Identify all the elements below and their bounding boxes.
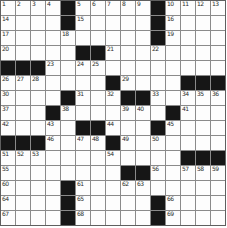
black-cell [16, 61, 30, 75]
white-cell[interactable]: 24 [76, 61, 90, 75]
white-cell[interactable] [16, 106, 30, 120]
black-cell [61, 196, 75, 210]
white-cell[interactable] [196, 121, 210, 135]
white-cell[interactable] [121, 16, 135, 30]
white-cell[interactable]: 36 [211, 91, 225, 105]
white-cell[interactable]: 46 [46, 136, 60, 150]
white-cell[interactable]: 50 [151, 136, 165, 150]
clue-number: 53 [32, 151, 39, 157]
clue-number: 43 [47, 121, 54, 127]
white-cell[interactable]: 32 [106, 91, 120, 105]
white-cell[interactable] [121, 46, 135, 60]
white-cell[interactable] [211, 16, 225, 30]
white-cell[interactable]: 23 [46, 61, 60, 75]
white-cell[interactable]: 4 [46, 1, 60, 15]
white-cell[interactable] [196, 31, 210, 45]
clue-number: 36 [212, 91, 219, 97]
clue-number: 45 [167, 121, 174, 127]
white-cell[interactable] [61, 151, 75, 165]
white-cell[interactable] [211, 46, 225, 60]
white-cell[interactable] [91, 91, 105, 105]
white-cell[interactable] [211, 61, 225, 75]
white-cell[interactable]: 55 [1, 166, 15, 180]
white-cell[interactable] [181, 46, 195, 60]
white-cell[interactable] [61, 61, 75, 75]
black-cell [181, 151, 195, 165]
black-cell [151, 16, 165, 30]
black-cell [151, 121, 165, 135]
white-cell[interactable] [166, 61, 180, 75]
white-cell[interactable] [76, 76, 90, 90]
clue-number: 14 [2, 16, 9, 22]
clue-number: 2 [17, 1, 20, 7]
white-cell[interactable] [136, 136, 150, 150]
white-cell[interactable]: 27 [16, 76, 30, 90]
white-cell[interactable] [136, 211, 150, 225]
clue-number: 11 [182, 1, 189, 7]
black-cell [1, 61, 15, 75]
white-cell[interactable] [16, 211, 30, 225]
black-cell [121, 166, 135, 180]
black-cell [211, 151, 225, 165]
black-cell [166, 106, 180, 120]
white-cell[interactable] [106, 106, 120, 120]
clue-number: 24 [77, 61, 84, 67]
black-cell [76, 46, 90, 60]
white-cell[interactable] [91, 31, 105, 45]
clue-number: 57 [182, 166, 189, 172]
white-cell[interactable] [166, 136, 180, 150]
clue-number: 47 [77, 136, 84, 142]
white-cell[interactable]: 11 [181, 1, 195, 15]
white-cell[interactable] [136, 76, 150, 90]
white-cell[interactable] [211, 211, 225, 225]
black-cell [91, 46, 105, 60]
clue-number: 54 [107, 151, 114, 157]
clue-number: 55 [2, 166, 9, 172]
white-cell[interactable] [121, 121, 135, 135]
white-cell[interactable]: 67 [1, 211, 15, 225]
clue-number: 66 [167, 196, 174, 202]
white-cell[interactable] [31, 46, 45, 60]
white-cell[interactable] [211, 31, 225, 45]
black-cell [151, 1, 165, 15]
clue-number: 61 [77, 181, 84, 187]
white-cell[interactable] [31, 31, 45, 45]
white-cell[interactable] [16, 31, 30, 45]
white-cell[interactable] [31, 181, 45, 195]
white-cell[interactable] [121, 211, 135, 225]
white-cell[interactable] [211, 196, 225, 210]
white-cell[interactable] [16, 181, 30, 195]
white-cell[interactable]: 14 [1, 16, 15, 30]
clue-number: 39 [122, 106, 129, 112]
white-cell[interactable]: 51 [1, 151, 15, 165]
white-cell[interactable] [31, 196, 45, 210]
white-cell[interactable]: 41 [181, 106, 195, 120]
white-cell[interactable]: 52 [16, 151, 30, 165]
clue-number: 9 [137, 1, 140, 7]
clue-number: 46 [47, 136, 54, 142]
clue-number: 10 [167, 1, 174, 7]
white-cell[interactable] [196, 136, 210, 150]
white-cell[interactable] [31, 106, 45, 120]
clue-number: 4 [47, 1, 50, 7]
white-cell[interactable] [46, 211, 60, 225]
white-cell[interactable] [196, 16, 210, 30]
white-cell[interactable] [106, 181, 120, 195]
white-cell[interactable]: 64 [1, 196, 15, 210]
white-cell[interactable] [16, 121, 30, 135]
clue-number: 48 [92, 136, 99, 142]
clue-number: 37 [2, 106, 9, 112]
black-cell [16, 136, 30, 150]
clue-number: 18 [62, 31, 69, 37]
white-cell[interactable]: 17 [1, 31, 15, 45]
white-cell[interactable]: 26 [1, 76, 15, 90]
white-cell[interactable]: 5 [76, 1, 90, 15]
white-cell[interactable] [181, 16, 195, 30]
white-cell[interactable] [91, 106, 105, 120]
white-cell[interactable]: 12 [196, 1, 210, 15]
clue-number: 22 [152, 46, 159, 52]
white-cell[interactable] [166, 166, 180, 180]
clue-number: 65 [77, 196, 84, 202]
white-cell[interactable] [76, 106, 90, 120]
white-cell[interactable] [16, 16, 30, 30]
white-cell[interactable]: 16 [166, 16, 180, 30]
white-cell[interactable] [121, 151, 135, 165]
clue-number: 41 [182, 106, 189, 112]
black-cell [106, 76, 120, 90]
clue-number: 25 [92, 61, 99, 67]
black-cell [106, 136, 120, 150]
black-cell [136, 166, 150, 180]
white-cell[interactable] [211, 181, 225, 195]
clue-number: 51 [2, 151, 9, 157]
black-cell [31, 61, 45, 75]
white-cell[interactable]: 61 [76, 181, 90, 195]
white-cell[interactable] [166, 76, 180, 90]
white-cell[interactable] [61, 46, 75, 60]
white-cell[interactable]: 21 [106, 46, 120, 60]
clue-number: 42 [2, 121, 9, 127]
black-cell [46, 106, 60, 120]
white-cell[interactable] [151, 181, 165, 195]
white-cell[interactable]: 43 [46, 121, 60, 135]
white-cell[interactable]: 38 [61, 106, 75, 120]
clue-number: 40 [137, 106, 144, 112]
white-cell[interactable]: 8 [121, 1, 135, 15]
white-cell[interactable] [16, 46, 30, 60]
black-cell [151, 211, 165, 225]
black-cell [1, 136, 15, 150]
clue-number: 27 [17, 76, 24, 82]
white-cell[interactable] [121, 196, 135, 210]
clue-number: 49 [122, 136, 129, 142]
white-cell[interactable]: 22 [151, 46, 165, 60]
white-cell[interactable] [106, 196, 120, 210]
white-cell[interactable]: 45 [166, 121, 180, 135]
white-cell[interactable]: 65 [76, 196, 90, 210]
white-cell[interactable] [16, 196, 30, 210]
clue-number: 21 [107, 46, 114, 52]
clue-number: 63 [137, 181, 144, 187]
clue-number: 59 [212, 166, 219, 172]
white-cell[interactable] [46, 76, 60, 90]
clue-number: 35 [197, 91, 204, 97]
white-cell[interactable] [181, 211, 195, 225]
white-cell[interactable] [196, 181, 210, 195]
white-cell[interactable]: 6 [91, 1, 105, 15]
white-cell[interactable] [181, 61, 195, 75]
white-cell[interactable] [196, 61, 210, 75]
white-cell[interactable] [166, 181, 180, 195]
white-cell[interactable]: 39 [121, 106, 135, 120]
clue-number: 16 [167, 16, 174, 22]
white-cell[interactable]: 57 [181, 166, 195, 180]
clue-number: 31 [77, 91, 84, 97]
clue-number: 3 [32, 1, 35, 7]
white-cell[interactable]: 47 [76, 136, 90, 150]
white-cell[interactable]: 68 [76, 211, 90, 225]
white-cell[interactable] [31, 121, 45, 135]
white-cell[interactable] [46, 151, 60, 165]
white-cell[interactable]: 10 [166, 1, 180, 15]
white-cell[interactable] [166, 46, 180, 60]
clue-number: 52 [17, 151, 24, 157]
black-cell [76, 121, 90, 135]
white-cell[interactable] [16, 166, 30, 180]
clue-number: 56 [152, 166, 159, 172]
white-cell[interactable] [61, 121, 75, 135]
white-cell[interactable] [166, 91, 180, 105]
white-cell[interactable]: 3 [31, 1, 45, 15]
white-cell[interactable]: 1 [1, 1, 15, 15]
white-cell[interactable]: 34 [181, 91, 195, 105]
white-cell[interactable] [91, 211, 105, 225]
clue-number: 50 [152, 136, 159, 142]
black-cell [61, 181, 75, 195]
white-cell[interactable] [106, 211, 120, 225]
clue-number: 6 [92, 1, 95, 7]
clue-number: 34 [182, 91, 189, 97]
white-cell[interactable] [136, 196, 150, 210]
white-cell[interactable]: 29 [121, 76, 135, 90]
white-cell[interactable]: 20 [1, 46, 15, 60]
white-cell[interactable] [211, 121, 225, 135]
white-cell[interactable] [121, 31, 135, 45]
crossword-puzzle: 1234567891011121314151617181920212223242… [0, 0, 226, 226]
clue-number: 5 [77, 1, 80, 7]
white-cell[interactable]: 44 [106, 121, 120, 135]
white-cell[interactable]: 63 [136, 181, 150, 195]
white-cell[interactable]: 33 [151, 91, 165, 105]
black-cell [196, 151, 210, 165]
white-cell[interactable] [31, 166, 45, 180]
white-cell[interactable] [16, 91, 30, 105]
white-cell[interactable]: 28 [31, 76, 45, 90]
white-cell[interactable] [76, 151, 90, 165]
clue-number: 68 [77, 211, 84, 217]
white-cell[interactable] [91, 196, 105, 210]
black-cell [196, 76, 210, 90]
crossword-board: 1234567891011121314151617181920212223242… [0, 0, 226, 226]
white-cell[interactable]: 56 [151, 166, 165, 180]
white-cell[interactable]: 9 [136, 1, 150, 15]
white-cell[interactable] [31, 16, 45, 30]
white-cell[interactable] [136, 16, 150, 30]
white-cell[interactable] [136, 121, 150, 135]
white-cell[interactable]: 7 [106, 1, 120, 15]
white-cell[interactable] [46, 31, 60, 45]
black-cell [136, 91, 150, 105]
white-cell[interactable] [151, 61, 165, 75]
white-cell[interactable] [61, 166, 75, 180]
white-cell[interactable] [211, 136, 225, 150]
clue-number: 13 [212, 1, 219, 7]
clue-number: 8 [122, 1, 125, 7]
white-cell[interactable] [106, 16, 120, 30]
white-cell[interactable] [31, 211, 45, 225]
white-cell[interactable] [166, 151, 180, 165]
white-cell[interactable]: 66 [166, 196, 180, 210]
clue-number: 44 [107, 121, 114, 127]
clue-number: 30 [2, 91, 9, 97]
white-cell[interactable] [91, 16, 105, 30]
clue-number: 69 [167, 211, 174, 217]
white-cell[interactable] [91, 151, 105, 165]
white-cell[interactable] [46, 196, 60, 210]
white-cell[interactable] [76, 31, 90, 45]
white-cell[interactable]: 53 [31, 151, 45, 165]
clue-number: 32 [107, 91, 114, 97]
white-cell[interactable] [61, 136, 75, 150]
clue-number: 29 [122, 76, 129, 82]
white-cell[interactable]: 54 [106, 151, 120, 165]
white-cell[interactable] [121, 61, 135, 75]
white-cell[interactable]: 19 [166, 31, 180, 45]
white-cell[interactable]: 18 [61, 31, 75, 45]
white-cell[interactable] [136, 31, 150, 45]
clue-number: 60 [2, 181, 9, 187]
clue-number: 26 [2, 76, 9, 82]
white-cell[interactable]: 49 [121, 136, 135, 150]
white-cell[interactable] [46, 181, 60, 195]
black-cell [31, 136, 45, 150]
black-cell [61, 16, 75, 30]
white-cell[interactable]: 59 [211, 166, 225, 180]
white-cell[interactable] [106, 31, 120, 45]
white-cell[interactable] [196, 196, 210, 210]
white-cell[interactable] [91, 76, 105, 90]
white-cell[interactable] [181, 121, 195, 135]
black-cell [61, 91, 75, 105]
clue-number: 1 [2, 1, 5, 7]
white-cell[interactable] [196, 106, 210, 120]
white-cell[interactable] [91, 166, 105, 180]
clue-number: 62 [122, 181, 129, 187]
clue-number: 15 [77, 16, 84, 22]
white-cell[interactable]: 2 [16, 1, 30, 15]
white-cell[interactable]: 62 [121, 181, 135, 195]
clue-number: 23 [47, 61, 54, 67]
white-cell[interactable] [46, 166, 60, 180]
white-cell[interactable]: 30 [1, 91, 15, 105]
white-cell[interactable]: 69 [166, 211, 180, 225]
white-cell[interactable]: 13 [211, 1, 225, 15]
clue-number: 33 [152, 91, 159, 97]
white-cell[interactable]: 58 [196, 166, 210, 180]
white-cell[interactable] [181, 181, 195, 195]
white-cell[interactable] [136, 61, 150, 75]
white-cell[interactable]: 40 [136, 106, 150, 120]
white-cell[interactable] [151, 76, 165, 90]
white-cell[interactable]: 48 [91, 136, 105, 150]
white-cell[interactable]: 60 [1, 181, 15, 195]
white-cell[interactable] [46, 16, 60, 30]
white-cell[interactable]: 31 [76, 91, 90, 105]
white-cell[interactable] [76, 166, 90, 180]
white-cell[interactable] [151, 106, 165, 120]
white-cell[interactable] [181, 136, 195, 150]
white-cell[interactable] [106, 61, 120, 75]
white-cell[interactable] [211, 106, 225, 120]
white-cell[interactable] [91, 181, 105, 195]
black-cell [211, 76, 225, 90]
white-cell[interactable]: 25 [91, 61, 105, 75]
black-cell [61, 211, 75, 225]
white-cell[interactable] [46, 46, 60, 60]
white-cell[interactable] [151, 151, 165, 165]
clue-number: 58 [197, 166, 204, 172]
white-cell[interactable] [136, 46, 150, 60]
white-cell[interactable]: 37 [1, 106, 15, 120]
white-cell[interactable]: 35 [196, 91, 210, 105]
clue-number: 12 [197, 1, 204, 7]
white-cell[interactable] [181, 31, 195, 45]
clue-number: 64 [2, 196, 9, 202]
black-cell [61, 1, 75, 15]
white-cell[interactable]: 42 [1, 121, 15, 135]
black-cell [91, 121, 105, 135]
black-cell [121, 91, 135, 105]
white-cell[interactable] [61, 76, 75, 90]
white-cell[interactable] [136, 151, 150, 165]
white-cell[interactable] [46, 91, 60, 105]
clue-number: 7 [107, 1, 110, 7]
clue-number: 17 [2, 31, 9, 37]
black-cell [151, 196, 165, 210]
white-cell[interactable] [106, 166, 120, 180]
white-cell[interactable] [196, 211, 210, 225]
black-cell [181, 76, 195, 90]
white-cell[interactable] [31, 91, 45, 105]
clue-number: 38 [62, 106, 69, 112]
white-cell[interactable] [181, 196, 195, 210]
clue-number: 19 [167, 31, 174, 37]
clue-number: 20 [2, 46, 9, 52]
clue-number: 67 [2, 211, 9, 217]
black-cell [151, 31, 165, 45]
clue-number: 28 [32, 76, 39, 82]
white-cell[interactable]: 15 [76, 16, 90, 30]
white-cell[interactable] [196, 46, 210, 60]
